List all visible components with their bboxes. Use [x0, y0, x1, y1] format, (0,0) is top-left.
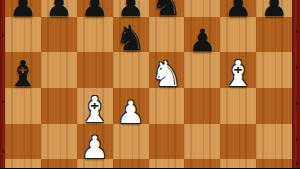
square-c3[interactable]: ♟ — [77, 124, 113, 159]
square-f2[interactable]: ♟ — [184, 159, 220, 169]
square-c4[interactable]: ♝ — [77, 88, 113, 124]
square-f7[interactable] — [184, 0, 220, 17]
square-e5[interactable]: ♞ — [149, 52, 185, 88]
white-pawn[interactable]: ♟ — [224, 166, 252, 168]
square-b4[interactable] — [41, 88, 77, 124]
square-a2[interactable]: ♟ — [5, 159, 41, 169]
square-b3[interactable] — [41, 124, 77, 159]
chess-board-screenshot: ♟♟♟♟♞♟♟♞♟♝♞♝♝♟♟♟♟♟♟ — [0, 0, 300, 168]
square-h4[interactable] — [256, 88, 292, 124]
square-h5[interactable] — [256, 52, 292, 88]
square-a7[interactable]: ♟ — [5, 0, 41, 17]
square-e7[interactable]: ♞ — [149, 0, 185, 17]
black-pawn[interactable]: ♟ — [260, 0, 288, 21]
black-pawn[interactable]: ♟ — [9, 0, 37, 21]
black-pawn[interactable]: ♟ — [188, 25, 216, 56]
frame-nail-mark — [296, 102, 298, 105]
square-d7[interactable]: ♟ — [113, 0, 149, 17]
square-f4[interactable] — [184, 88, 220, 124]
square-h7[interactable]: ♟ — [256, 0, 292, 17]
square-f3[interactable] — [184, 124, 220, 159]
square-b2[interactable] — [41, 159, 77, 169]
white-pawn[interactable]: ♟ — [188, 166, 216, 168]
square-g3[interactable] — [220, 124, 256, 159]
frame-nail-mark — [2, 150, 4, 153]
square-d2[interactable] — [113, 159, 149, 169]
frame-nail-mark — [296, 66, 298, 69]
white-bishop[interactable]: ♝ — [79, 92, 111, 128]
square-a3[interactable] — [5, 124, 41, 159]
square-c5[interactable] — [77, 52, 113, 88]
frame-nail-mark — [2, 100, 4, 103]
square-g7[interactable]: ♟ — [220, 0, 256, 17]
black-pawn[interactable]: ♟ — [224, 0, 252, 21]
frame-nail-mark — [2, 34, 4, 37]
square-g2[interactable]: ♟ — [220, 159, 256, 169]
board-frame-right — [292, 0, 300, 168]
square-b7[interactable]: ♟ — [41, 0, 77, 17]
black-pawn[interactable]: ♟ — [81, 0, 109, 21]
square-e3[interactable] — [149, 124, 185, 159]
square-g5[interactable]: ♝ — [220, 52, 256, 88]
square-d6[interactable]: ♞ — [113, 17, 149, 52]
white-bishop[interactable]: ♝ — [222, 56, 254, 92]
square-b5[interactable] — [41, 52, 77, 88]
white-pawn[interactable]: ♟ — [260, 166, 288, 168]
black-bishop[interactable]: ♝ — [7, 56, 39, 92]
white-pawn[interactable]: ♟ — [117, 97, 145, 128]
board-frame-left — [0, 0, 5, 168]
square-f6[interactable]: ♟ — [184, 17, 220, 52]
square-e2[interactable] — [149, 159, 185, 169]
white-knight[interactable]: ♞ — [151, 57, 182, 92]
black-knight[interactable]: ♞ — [151, 0, 182, 21]
white-pawn[interactable]: ♟ — [9, 166, 37, 168]
chess-board: ♟♟♟♟♞♟♟♞♟♝♞♝♝♟♟♟♟♟♟ — [5, 0, 292, 168]
black-pawn[interactable]: ♟ — [45, 0, 73, 21]
white-pawn[interactable]: ♟ — [81, 132, 109, 163]
frame-nail-mark — [296, 162, 298, 165]
black-knight[interactable]: ♞ — [115, 21, 146, 56]
square-d4[interactable]: ♟ — [113, 88, 149, 124]
frame-nail-mark — [296, 138, 298, 141]
frame-nail-mark — [296, 30, 298, 33]
square-a5[interactable]: ♝ — [5, 52, 41, 88]
square-h2[interactable]: ♟ — [256, 159, 292, 169]
square-h3[interactable] — [256, 124, 292, 159]
square-c7[interactable]: ♟ — [77, 0, 113, 17]
